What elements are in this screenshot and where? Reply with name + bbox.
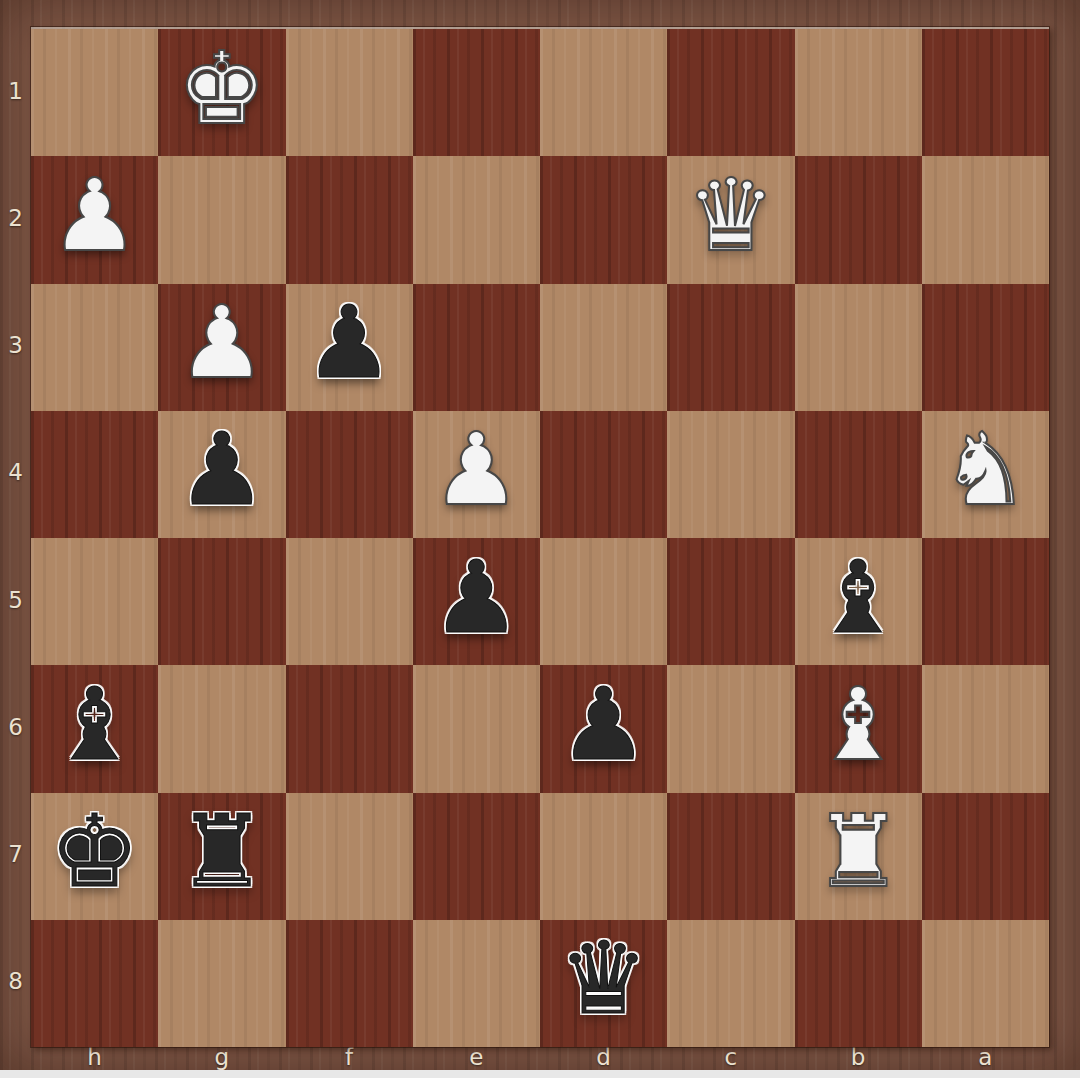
piece-black-pawn[interactable]: ♟ [432,548,522,648]
square-e5[interactable]: ♟ [413,538,540,665]
square-e2[interactable] [413,156,540,283]
square-h7[interactable]: ♚ [31,793,158,920]
square-b3[interactable] [795,284,922,411]
square-f8[interactable] [286,920,413,1047]
rank-label-7: 7 [0,791,31,918]
square-d8[interactable]: ♛ [540,920,667,1047]
square-h8[interactable] [31,920,158,1047]
piece-black-bishop[interactable]: ♝ [813,548,903,648]
square-b6[interactable]: ♝ [795,665,922,792]
file-labels: hgfedcba [31,1043,1049,1070]
square-f7[interactable] [286,793,413,920]
piece-white-king[interactable]: ♚ [177,39,267,139]
rank-label-4: 4 [0,409,31,536]
square-e3[interactable] [413,284,540,411]
square-f3[interactable]: ♟ [286,284,413,411]
square-b1[interactable] [795,29,922,156]
square-b8[interactable] [795,920,922,1047]
page-background-strip [0,1070,1080,1078]
square-d5[interactable] [540,538,667,665]
square-h4[interactable] [31,411,158,538]
square-b5[interactable]: ♝ [795,538,922,665]
square-g2[interactable] [158,156,285,283]
square-a5[interactable] [922,538,1049,665]
rank-label-2: 2 [0,154,31,281]
square-d4[interactable] [540,411,667,538]
square-c6[interactable] [667,665,794,792]
piece-white-bishop[interactable]: ♝ [813,675,903,775]
piece-black-queen[interactable]: ♛ [559,929,649,1029]
piece-black-rook[interactable]: ♜ [177,802,267,902]
square-c7[interactable] [667,793,794,920]
square-e1[interactable] [413,29,540,156]
square-d3[interactable] [540,284,667,411]
square-d1[interactable] [540,29,667,156]
square-g1[interactable]: ♚ [158,29,285,156]
piece-white-pawn[interactable]: ♟ [177,293,267,393]
square-a4[interactable]: ♞ [922,411,1049,538]
square-f5[interactable] [286,538,413,665]
file-label-b: b [795,1043,922,1070]
piece-black-bishop[interactable]: ♝ [50,675,140,775]
square-h5[interactable] [31,538,158,665]
file-label-a: a [922,1043,1049,1070]
square-d7[interactable] [540,793,667,920]
chess-app: 12345678 hgfedcba ♚♟♛♟♟♟♟♞♟♝♝♟♝♚♜♜♛ [0,0,1080,1078]
square-g4[interactable]: ♟ [158,411,285,538]
square-b2[interactable] [795,156,922,283]
file-label-d: d [540,1043,667,1070]
piece-black-pawn[interactable]: ♟ [304,293,394,393]
square-h3[interactable] [31,284,158,411]
square-g5[interactable] [158,538,285,665]
square-b4[interactable] [795,411,922,538]
square-f4[interactable] [286,411,413,538]
square-c4[interactable] [667,411,794,538]
rank-label-5: 5 [0,536,31,663]
piece-white-queen[interactable]: ♛ [686,166,776,266]
board-frame: 12345678 hgfedcba ♚♟♛♟♟♟♟♞♟♝♝♟♝♚♜♜♛ [0,0,1080,1070]
piece-black-pawn[interactable]: ♟ [559,675,649,775]
file-label-f: f [286,1043,413,1070]
rank-label-8: 8 [0,918,31,1045]
square-g6[interactable] [158,665,285,792]
square-a6[interactable] [922,665,1049,792]
square-a7[interactable] [922,793,1049,920]
square-g8[interactable] [158,920,285,1047]
square-e4[interactable]: ♟ [413,411,540,538]
square-f1[interactable] [286,29,413,156]
square-a8[interactable] [922,920,1049,1047]
piece-black-pawn[interactable]: ♟ [177,420,267,520]
square-d6[interactable]: ♟ [540,665,667,792]
square-b7[interactable]: ♜ [795,793,922,920]
rank-label-3: 3 [0,282,31,409]
square-a2[interactable] [922,156,1049,283]
piece-white-knight[interactable]: ♞ [941,420,1031,520]
square-c1[interactable] [667,29,794,156]
rank-label-6: 6 [0,663,31,790]
square-a1[interactable] [922,29,1049,156]
square-c2[interactable]: ♛ [667,156,794,283]
square-e8[interactable] [413,920,540,1047]
square-a3[interactable] [922,284,1049,411]
square-h6[interactable]: ♝ [31,665,158,792]
square-g7[interactable]: ♜ [158,793,285,920]
square-f2[interactable] [286,156,413,283]
square-f6[interactable] [286,665,413,792]
file-label-e: e [413,1043,540,1070]
square-e6[interactable] [413,665,540,792]
rank-label-1: 1 [0,27,31,154]
board: ♚♟♛♟♟♟♟♞♟♝♝♟♝♚♜♜♛ [31,27,1049,1047]
file-label-h: h [31,1043,158,1070]
square-c3[interactable] [667,284,794,411]
square-h2[interactable]: ♟ [31,156,158,283]
square-d2[interactable] [540,156,667,283]
piece-white-pawn[interactable]: ♟ [432,420,522,520]
rank-labels: 12345678 [0,27,31,1045]
file-label-c: c [667,1043,794,1070]
piece-white-rook[interactable]: ♜ [813,802,903,902]
piece-white-pawn[interactable]: ♟ [50,166,140,266]
file-label-g: g [158,1043,285,1070]
piece-black-king[interactable]: ♚ [50,802,140,902]
square-e7[interactable] [413,793,540,920]
square-h1[interactable] [31,29,158,156]
square-c8[interactable] [667,920,794,1047]
square-g3[interactable]: ♟ [158,284,285,411]
square-c5[interactable] [667,538,794,665]
